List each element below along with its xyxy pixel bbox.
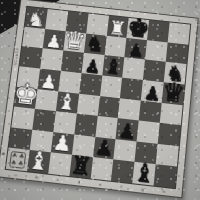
square-g6: [143, 60, 166, 82]
square-c3: [53, 111, 76, 134]
border-corner-mark: ≡: [1, 151, 5, 156]
square-g2: [135, 141, 158, 164]
file-label-b: b: [26, 172, 48, 182]
square-h5: ♛: [162, 82, 185, 105]
square-e6: ♝: [102, 55, 125, 77]
square-g3: [137, 121, 160, 144]
square-d2: [72, 134, 95, 157]
square-d8: [86, 13, 109, 35]
club-icon: ♣: [18, 160, 24, 167]
square-c6: [61, 51, 84, 73]
square-b4: [35, 89, 58, 112]
square-c2: ♟: [51, 132, 74, 155]
square-a8: ♞: [25, 7, 48, 29]
square-d7: ♞: [84, 33, 107, 55]
square-e7: [104, 35, 127, 57]
file-label-e: e: [89, 179, 111, 189]
square-b8: [45, 9, 68, 31]
square-c8: [65, 11, 88, 33]
square-f7: ♟: [125, 38, 148, 60]
file-label-c: c: [47, 175, 69, 185]
board-logo-emblem: ♣♣♣♣: [9, 151, 27, 169]
piece-black-bishop-g1: ♝: [132, 160, 156, 187]
square-e2: ♟: [93, 137, 116, 160]
board-grid: ♞♜♚♟♛♞♟♟♝♞♟♟♛♚♝♟♟♟♣♣♣♣♝♜♝: [5, 6, 192, 189]
square-f4: [118, 98, 141, 121]
square-e8: ♜: [106, 16, 129, 38]
board-border-frame: ♞♜♚♟♛♞♟♟♝♞♟♟♛♚♝♟♟♟♣♣♣♣♝♜♝ abcdefgh SCHAC…: [0, 0, 199, 198]
square-a5: [17, 66, 40, 88]
file-label-g: g: [132, 184, 154, 194]
square-h7: [166, 42, 188, 64]
square-c1: [48, 153, 72, 176]
square-a6: [19, 46, 42, 68]
square-b2: [30, 130, 54, 153]
square-f3: ♟: [116, 118, 139, 141]
square-h3: [158, 123, 181, 146]
square-f1: [111, 160, 134, 183]
file-label-d: d: [68, 177, 90, 187]
square-g4: [139, 100, 162, 123]
square-a2: [9, 127, 33, 150]
square-a3: [11, 107, 34, 130]
square-h1: [154, 165, 177, 189]
square-d1: ♜: [69, 155, 93, 178]
square-a7: [22, 26, 45, 48]
square-b3: [32, 109, 55, 132]
square-g1: ♝: [133, 162, 156, 185]
square-f5: [120, 78, 143, 101]
square-d4: [76, 93, 99, 116]
square-a1: ♣♣♣♣: [6, 148, 30, 171]
square-c7: ♛: [63, 31, 86, 53]
square-h4: [160, 102, 183, 125]
square-f8: ♚: [127, 18, 150, 40]
square-d5: [79, 73, 102, 96]
square-e3: [95, 116, 118, 139]
file-label-h: h: [153, 187, 175, 197]
file-label-a: a: [5, 170, 27, 180]
square-h6: ♞: [164, 62, 187, 84]
chess-board: ♞♜♚♟♛♞♟♟♝♞♟♟♛♚♝♟♟♟♣♣♣♣♝♜♝ abcdefgh SCHAC…: [0, 0, 199, 198]
square-g5: ♟: [141, 80, 164, 103]
square-a4: ♚: [14, 86, 37, 109]
square-b6: [40, 48, 63, 70]
square-f2: [114, 139, 137, 162]
square-h8: [168, 22, 190, 44]
square-e1: [90, 157, 113, 180]
square-g8: [147, 20, 169, 42]
square-d6: ♟: [81, 53, 104, 75]
club-icon: ♣: [11, 159, 17, 166]
square-h2: [156, 144, 179, 167]
square-e4: [97, 96, 120, 119]
square-b1: ♝: [27, 150, 51, 173]
square-g7: [145, 40, 168, 62]
square-b5: ♟: [37, 68, 60, 90]
square-e5: [100, 75, 123, 98]
square-c4: ♝: [56, 91, 79, 114]
square-b7: ♟: [43, 29, 66, 51]
square-c5: [58, 71, 81, 94]
photo-scene: ♞♜♚♟♛♞♟♟♝♞♟♟♛♚♝♟♟♟♣♣♣♣♝♜♝ abcdefgh SCHAC…: [0, 0, 200, 200]
file-label-f: f: [110, 182, 132, 192]
square-d3: [74, 114, 97, 137]
square-f6: [122, 57, 145, 79]
